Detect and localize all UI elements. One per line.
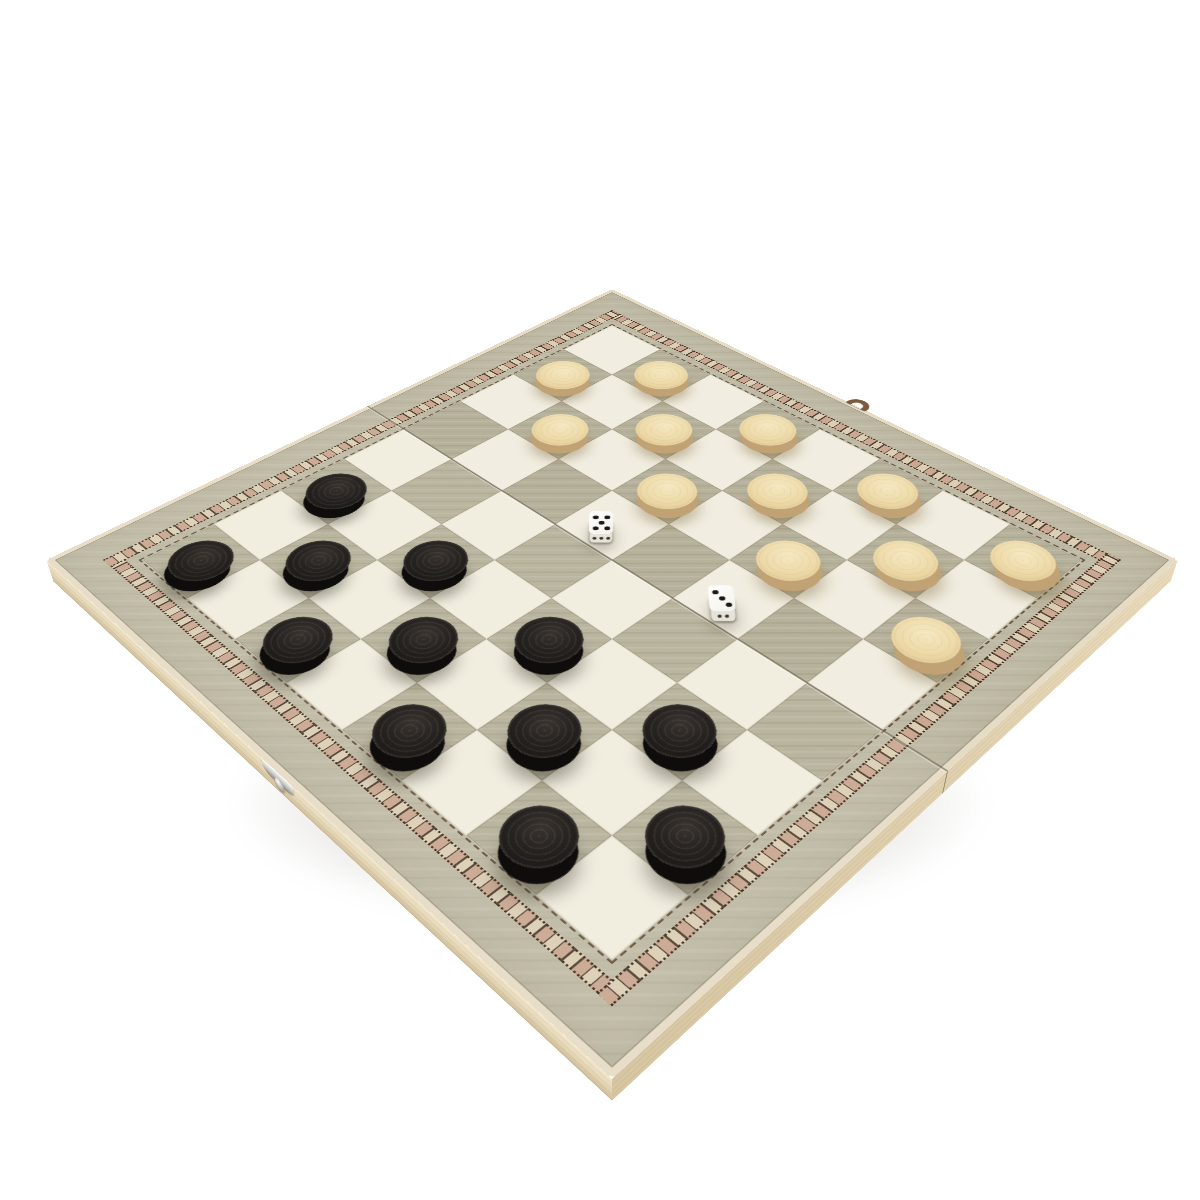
die-pip [712, 590, 719, 595]
die-pip [598, 521, 604, 525]
square-r2c6[interactable] [794, 560, 915, 639]
die-pip [604, 526, 610, 530]
square-r5c5[interactable] [547, 639, 677, 730]
square-r7c3[interactable] [287, 639, 417, 730]
dark-checker[interactable] [375, 607, 472, 672]
square-r6c3[interactable] [361, 598, 487, 683]
dark-checker[interactable] [627, 693, 731, 768]
square-r3c6[interactable] [738, 598, 864, 683]
dark-checker[interactable] [358, 693, 462, 768]
dark-checker[interactable] [501, 607, 598, 672]
square-r4c5[interactable] [612, 598, 738, 683]
square-r6c4[interactable] [417, 639, 547, 730]
square-r3c5[interactable] [673, 560, 794, 639]
square-r3c7[interactable] [807, 639, 937, 730]
die-pip [718, 596, 725, 601]
dark-checker[interactable] [629, 793, 742, 881]
die-pip [604, 515, 610, 519]
dark-checker[interactable] [483, 793, 596, 881]
dark-checker[interactable] [250, 607, 347, 672]
game-board [46, 289, 1177, 1079]
square-r4c4[interactable] [551, 560, 672, 639]
square-r5c4[interactable] [486, 598, 612, 683]
square-r7c1[interactable] [187, 560, 308, 639]
die-pip [592, 515, 598, 519]
die-pip [725, 602, 732, 607]
catch-loop [846, 397, 874, 412]
square-r6c6[interactable] [542, 730, 682, 836]
square-r1c7[interactable] [915, 560, 1036, 639]
square-r5c3[interactable] [430, 560, 551, 639]
square-r6c5[interactable] [477, 683, 612, 781]
light-checker[interactable] [877, 607, 974, 672]
die-2[interactable] [708, 585, 736, 611]
product-photo-stage [0, 0, 1200, 1200]
square-r4c6[interactable] [677, 639, 807, 730]
square-r7c7[interactable] [536, 835, 688, 959]
square-r5c6[interactable] [612, 683, 747, 781]
die-side-pips [591, 534, 611, 542]
square-r7c4[interactable] [342, 683, 477, 781]
dark-checker[interactable] [492, 693, 596, 768]
die-side-pips [712, 611, 734, 621]
die-pip [592, 526, 598, 530]
square-r6c2[interactable] [309, 560, 430, 639]
die-1[interactable] [589, 511, 613, 534]
